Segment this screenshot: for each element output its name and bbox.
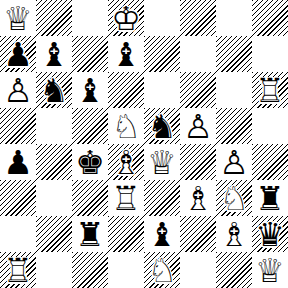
black-queen[interactable]: ♛ — [252, 216, 288, 252]
piece-glyph-fill: ♞ — [36, 72, 72, 108]
square-g2[interactable]: ♝♗ — [216, 216, 252, 252]
piece-glyph-fill: ♝ — [108, 36, 144, 72]
square-h8[interactable] — [252, 0, 288, 36]
square-f8[interactable] — [180, 0, 216, 36]
white-pawn[interactable]: ♟♙ — [180, 108, 216, 144]
square-h7[interactable] — [252, 36, 288, 72]
white-rook[interactable]: ♜♖ — [0, 252, 36, 288]
white-queen[interactable]: ♛♕ — [144, 144, 180, 180]
square-b6[interactable]: ♞ — [36, 72, 72, 108]
square-c5[interactable] — [72, 108, 108, 144]
white-bishop[interactable]: ♝♗ — [108, 144, 144, 180]
square-e4[interactable]: ♛♕ — [144, 144, 180, 180]
square-e5[interactable]: ♞ — [144, 108, 180, 144]
square-h3[interactable]: ♜ — [252, 180, 288, 216]
piece-glyph-outline: ♙ — [216, 144, 252, 180]
white-queen[interactable]: ♛♕ — [252, 252, 288, 288]
square-e7[interactable] — [144, 36, 180, 72]
white-knight[interactable]: ♞♘ — [216, 180, 252, 216]
square-g5[interactable] — [216, 108, 252, 144]
black-bishop[interactable]: ♝ — [72, 72, 108, 108]
square-f5[interactable]: ♟♙ — [180, 108, 216, 144]
white-knight[interactable]: ♞♘ — [144, 252, 180, 288]
square-e1[interactable]: ♞♘ — [144, 252, 180, 288]
piece-glyph-outline: ♙ — [0, 72, 36, 108]
piece-glyph-fill: ♚ — [72, 144, 108, 180]
square-c6[interactable]: ♝ — [72, 72, 108, 108]
black-rook[interactable]: ♜ — [72, 216, 108, 252]
piece-glyph-outline: ♕ — [252, 252, 288, 288]
piece-glyph-fill: ♟ — [0, 144, 36, 180]
black-bishop[interactable]: ♝ — [36, 36, 72, 72]
square-e6[interactable] — [144, 72, 180, 108]
piece-glyph-outline: ♙ — [180, 108, 216, 144]
square-f3[interactable]: ♝♗ — [180, 180, 216, 216]
square-f6[interactable] — [180, 72, 216, 108]
piece-glyph-outline: ♖ — [108, 180, 144, 216]
square-d2[interactable] — [108, 216, 144, 252]
square-f7[interactable] — [180, 36, 216, 72]
square-c3[interactable] — [72, 180, 108, 216]
square-a7[interactable]: ♟ — [0, 36, 36, 72]
white-king[interactable]: ♚♔ — [108, 0, 144, 36]
square-g4[interactable]: ♟♙ — [216, 144, 252, 180]
square-h6[interactable]: ♜♖ — [252, 72, 288, 108]
piece-glyph-outline: ♖ — [0, 252, 36, 288]
white-rook[interactable]: ♜♖ — [252, 72, 288, 108]
piece-glyph-outline: ♗ — [180, 180, 216, 216]
square-g7[interactable] — [216, 36, 252, 72]
square-d5[interactable]: ♞♘ — [108, 108, 144, 144]
white-knight[interactable]: ♞♘ — [108, 108, 144, 144]
square-a2[interactable] — [0, 216, 36, 252]
piece-glyph-outline: ♕ — [0, 0, 36, 36]
square-e2[interactable]: ♝ — [144, 216, 180, 252]
black-bishop[interactable]: ♝ — [144, 216, 180, 252]
square-c1[interactable] — [72, 252, 108, 288]
black-knight[interactable]: ♞ — [144, 108, 180, 144]
square-a5[interactable] — [0, 108, 36, 144]
square-b2[interactable] — [36, 216, 72, 252]
square-g3[interactable]: ♞♘ — [216, 180, 252, 216]
square-d1[interactable] — [108, 252, 144, 288]
white-rook[interactable]: ♜♖ — [108, 180, 144, 216]
black-pawn[interactable]: ♟ — [0, 144, 36, 180]
square-h2[interactable]: ♛ — [252, 216, 288, 252]
square-g1[interactable] — [216, 252, 252, 288]
white-queen[interactable]: ♛♕ — [0, 0, 36, 36]
square-f4[interactable] — [180, 144, 216, 180]
square-a4[interactable]: ♟ — [0, 144, 36, 180]
black-bishop[interactable]: ♝ — [108, 36, 144, 72]
square-a1[interactable]: ♜♖ — [0, 252, 36, 288]
piece-glyph-outline: ♗ — [216, 216, 252, 252]
chessboard: ♛♕♚♔♟♝♝♟♙♞♝♜♖♞♘♞♟♙♟♚♝♗♛♕♟♙♜♖♝♗♞♘♜♜♝♝♗♛♜♖… — [0, 0, 288, 288]
square-f2[interactable] — [180, 216, 216, 252]
square-c8[interactable] — [72, 0, 108, 36]
piece-glyph-fill: ♜ — [252, 180, 288, 216]
black-pawn[interactable]: ♟ — [0, 36, 36, 72]
square-b3[interactable] — [36, 180, 72, 216]
black-king[interactable]: ♚ — [72, 144, 108, 180]
square-d7[interactable]: ♝ — [108, 36, 144, 72]
square-h5[interactable] — [252, 108, 288, 144]
square-e8[interactable] — [144, 0, 180, 36]
piece-glyph-fill: ♞ — [144, 108, 180, 144]
square-h4[interactable] — [252, 144, 288, 180]
piece-glyph-outline: ♔ — [108, 0, 144, 36]
square-d4[interactable]: ♝♗ — [108, 144, 144, 180]
square-g6[interactable] — [216, 72, 252, 108]
piece-glyph-outline: ♗ — [108, 144, 144, 180]
white-bishop[interactable]: ♝♗ — [180, 180, 216, 216]
square-b8[interactable] — [36, 0, 72, 36]
square-d6[interactable] — [108, 72, 144, 108]
piece-glyph-fill: ♝ — [72, 72, 108, 108]
piece-glyph-outline: ♕ — [144, 144, 180, 180]
piece-glyph-outline: ♘ — [108, 108, 144, 144]
black-rook[interactable]: ♜ — [252, 180, 288, 216]
square-a3[interactable] — [0, 180, 36, 216]
white-pawn[interactable]: ♟♙ — [216, 144, 252, 180]
white-bishop[interactable]: ♝♗ — [216, 216, 252, 252]
square-a8[interactable]: ♛♕ — [0, 0, 36, 36]
square-b1[interactable] — [36, 252, 72, 288]
piece-glyph-outline: ♘ — [144, 252, 180, 288]
piece-glyph-outline: ♘ — [216, 180, 252, 216]
piece-glyph-fill: ♝ — [144, 216, 180, 252]
square-e3[interactable] — [144, 180, 180, 216]
square-d8[interactable]: ♚♔ — [108, 0, 144, 36]
square-b7[interactable]: ♝ — [36, 36, 72, 72]
black-knight[interactable]: ♞ — [36, 72, 72, 108]
square-h1[interactable]: ♛♕ — [252, 252, 288, 288]
piece-glyph-fill: ♜ — [72, 216, 108, 252]
piece-glyph-fill: ♝ — [36, 36, 72, 72]
square-b4[interactable] — [36, 144, 72, 180]
square-c7[interactable] — [72, 36, 108, 72]
square-b5[interactable] — [36, 108, 72, 144]
square-c4[interactable]: ♚ — [72, 144, 108, 180]
square-d3[interactable]: ♜♖ — [108, 180, 144, 216]
white-pawn[interactable]: ♟♙ — [0, 72, 36, 108]
piece-glyph-fill: ♟ — [0, 36, 36, 72]
square-g8[interactable] — [216, 0, 252, 36]
square-f1[interactable] — [180, 252, 216, 288]
piece-glyph-fill: ♛ — [252, 216, 288, 252]
square-a6[interactable]: ♟♙ — [0, 72, 36, 108]
piece-glyph-outline: ♖ — [252, 72, 288, 108]
square-c2[interactable]: ♜ — [72, 216, 108, 252]
